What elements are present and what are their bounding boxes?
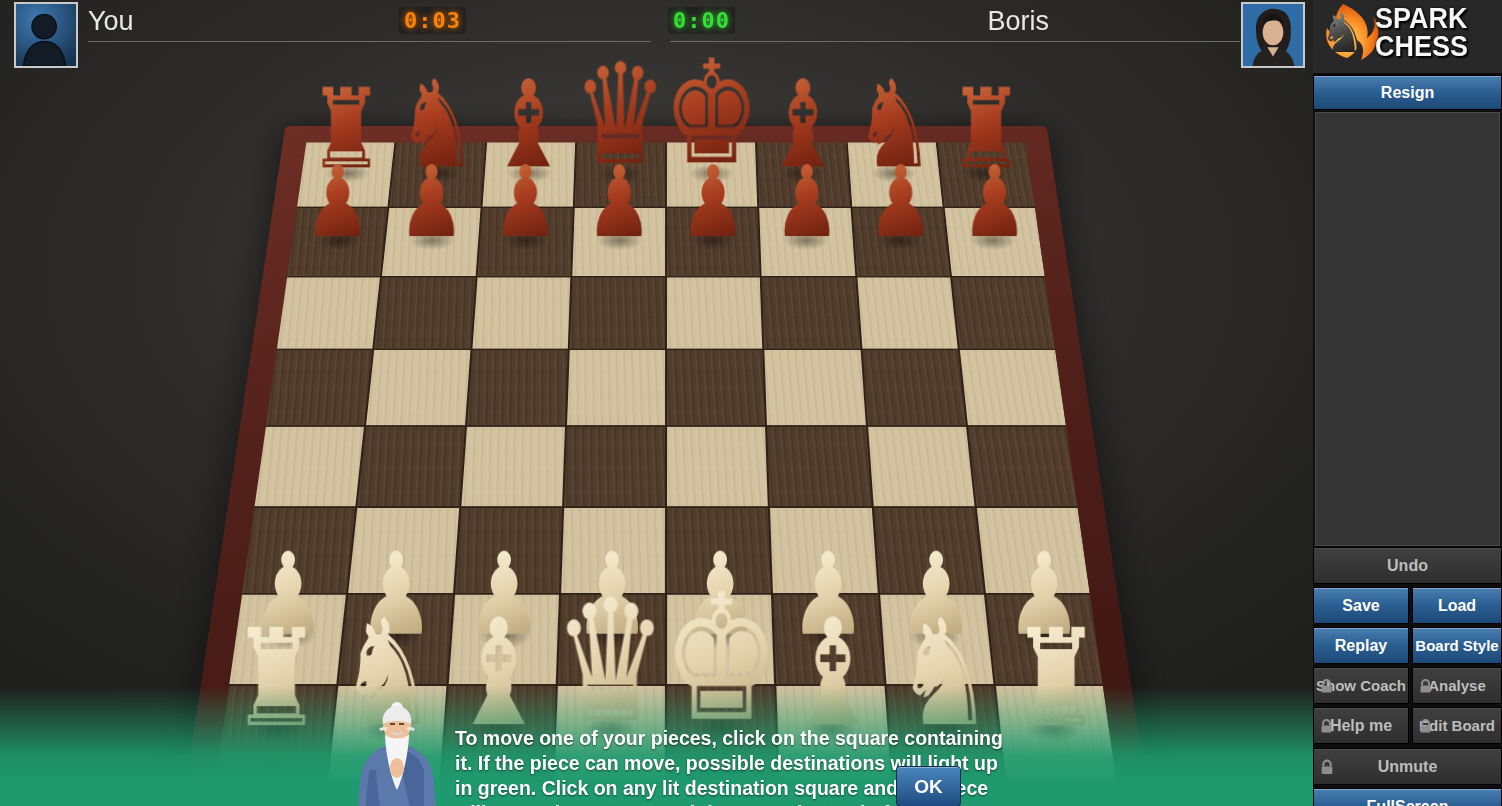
square-d8[interactable] <box>574 143 665 207</box>
square-a5[interactable] <box>266 350 372 425</box>
lock-icon <box>1319 759 1335 775</box>
coach-message: To move one of your pieces, click on the… <box>455 726 1065 806</box>
logo-text-chess: CHESS <box>1375 32 1496 60</box>
analyse-button[interactable]: Analyse <box>1412 667 1502 704</box>
sparkchess-logo: ♞ SPARK CHESS <box>1313 0 1502 73</box>
undo-button[interactable]: Undo <box>1313 547 1502 584</box>
coach-line: To move one of your pieces, click on the… <box>455 726 1065 751</box>
square-e7[interactable] <box>667 208 760 276</box>
unmute-button[interactable]: Unmute <box>1313 748 1502 785</box>
load-button[interactable]: Load <box>1412 587 1502 624</box>
sidebar: ♞ SPARK CHESS Resign Undo Save Load Repl… <box>1313 0 1502 806</box>
lock-icon <box>1319 718 1334 733</box>
square-g7[interactable] <box>852 208 950 276</box>
sparkchess-app: { "game": "chess", "position": { "fen": … <box>0 0 1502 806</box>
coach-character <box>354 702 440 806</box>
help-me-button[interactable]: Help me <box>1313 707 1409 744</box>
square-g6[interactable] <box>857 277 958 348</box>
header: You 0:03 0:00 Boris <box>0 0 1313 72</box>
square-c7[interactable] <box>477 208 572 276</box>
square-h6[interactable] <box>952 277 1055 348</box>
square-e8[interactable] <box>667 143 758 207</box>
square-e6[interactable] <box>667 277 763 348</box>
square-a7[interactable] <box>287 208 387 276</box>
show-coach-button[interactable]: Show Coach <box>1313 667 1409 704</box>
player-avatar-boris <box>1241 2 1305 68</box>
square-c5[interactable] <box>467 350 568 425</box>
board-style-button[interactable]: Board Style <box>1412 627 1502 664</box>
lock-icon <box>1319 678 1334 693</box>
square-e5[interactable] <box>667 350 765 425</box>
square-b5[interactable] <box>366 350 470 425</box>
fullscreen-button[interactable]: FullScreen <box>1313 788 1502 806</box>
coach-line: in green. Click on any lit destination s… <box>455 776 1065 801</box>
player-name-you: You <box>88 6 134 37</box>
square-h8[interactable] <box>937 143 1034 207</box>
square-d7[interactable] <box>572 208 665 276</box>
square-h7[interactable] <box>944 208 1044 276</box>
square-g5[interactable] <box>862 350 966 425</box>
header-divider-left <box>88 41 651 42</box>
player-avatar-you <box>14 2 78 68</box>
square-b7[interactable] <box>382 208 480 276</box>
player-name-boris: Boris <box>987 6 1049 37</box>
square-f6[interactable] <box>762 277 860 348</box>
square-c6[interactable] <box>472 277 570 348</box>
timer-boris: 0:00 <box>668 7 735 34</box>
replay-button[interactable]: Replay <box>1313 627 1409 664</box>
edit-board-button[interactable]: Edit Board <box>1412 707 1502 744</box>
square-c8[interactable] <box>482 143 575 207</box>
lock-icon <box>1418 678 1433 693</box>
move-list-panel <box>1315 112 1500 546</box>
square-a8[interactable] <box>297 143 394 207</box>
square-b8[interactable] <box>390 143 485 207</box>
square-h5[interactable] <box>960 350 1066 425</box>
header-divider-right <box>670 41 1240 42</box>
knight-logo-icon: ♞ <box>1319 4 1367 64</box>
timer-you: 0:03 <box>399 7 466 34</box>
ok-button[interactable]: OK <box>896 766 961 806</box>
square-g8[interactable] <box>847 143 942 207</box>
square-a6[interactable] <box>277 277 380 348</box>
square-d6[interactable] <box>569 277 665 348</box>
square-f8[interactable] <box>757 143 850 207</box>
coach-line: will move there. To cancel the move, ins… <box>455 801 1065 806</box>
resign-button[interactable]: Resign <box>1313 75 1502 110</box>
coach-overlay: To move one of your pieces, click on the… <box>0 686 1313 806</box>
square-f7[interactable] <box>759 208 854 276</box>
lock-icon <box>1418 718 1433 733</box>
coach-line: it. If the piece can move, possible dest… <box>455 751 1065 776</box>
save-button[interactable]: Save <box>1313 587 1409 624</box>
play-area: ♜♞♝♛♚♝♞♜♟♟♟♟♟♟♟♟♟♟♟♟♟♟♟♟♜♞♝♛♚♝♞♜ You 0:0… <box>0 0 1313 806</box>
square-b6[interactable] <box>375 277 476 348</box>
square-d5[interactable] <box>567 350 665 425</box>
logo-text-spark: SPARK <box>1375 4 1496 32</box>
square-f5[interactable] <box>765 350 866 425</box>
